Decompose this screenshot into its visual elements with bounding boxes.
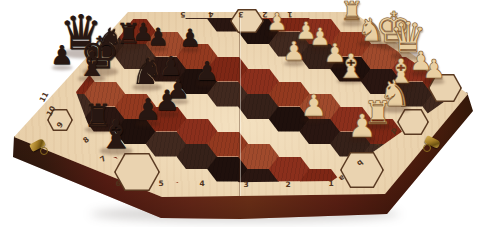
coordinate-label: 4 — [208, 10, 213, 19]
hex-cell — [0, 44, 33, 69]
hex-cell — [0, 219, 33, 227]
white-pawn[interactable]: ♟ — [266, 11, 288, 34]
white-pawn[interactable]: ♟ — [301, 92, 328, 121]
black-bishop[interactable]: ♝ — [77, 48, 107, 80]
black-pawn[interactable]: ♟ — [195, 59, 218, 84]
coordinate-label: 3 — [238, 10, 243, 19]
fold-seam — [239, 13, 240, 196]
black-pawn[interactable]: ♟ — [135, 96, 162, 125]
hex-cell — [423, 19, 464, 44]
coordinate-label: 1 — [328, 179, 333, 188]
white-bishop[interactable]: ♝ — [336, 50, 366, 82]
black-pawn[interactable]: ♟ — [147, 26, 169, 49]
white-pawn[interactable]: ♟ — [422, 57, 445, 82]
black-pawn[interactable]: ♟ — [50, 43, 73, 68]
hex-cell — [453, 157, 480, 182]
hex-cell — [361, 219, 402, 227]
white-pawn[interactable]: ♟ — [348, 111, 377, 141]
coordinate-label: 2 — [285, 180, 290, 189]
photo-stage: 6543218711109abcd54321 ♛♚♞♜♟♟♟♝♟♞♟♟♜♝♟♟♟… — [0, 0, 480, 227]
hex-cell — [392, 207, 433, 228]
hex-cell — [54, 219, 95, 227]
coordinate-label: 5 — [158, 179, 163, 188]
white-pawn[interactable]: ♟ — [282, 39, 305, 64]
coordinate-label: 4 — [199, 179, 204, 188]
hex-cell — [423, 0, 464, 19]
black-pawn[interactable]: ♟ — [179, 27, 201, 50]
hex-cell — [0, 69, 33, 94]
hex-cell — [423, 219, 464, 227]
latch-hook-icon — [40, 147, 48, 155]
hex-cell — [0, 194, 33, 219]
coordinate-label: 6 — [115, 179, 120, 188]
hex-cell — [0, 0, 33, 19]
hex-cell — [23, 7, 64, 32]
hex-cell — [453, 7, 480, 32]
hex-cell — [453, 182, 480, 207]
latch-hook-icon — [423, 144, 431, 152]
hex-cell — [423, 169, 464, 194]
black-bishop[interactable]: ♝ — [98, 115, 134, 153]
coordinate-label: 5 — [180, 10, 185, 19]
hex-cell — [453, 32, 480, 57]
hex-cell — [23, 207, 64, 228]
coordinate-label: 3 — [243, 180, 248, 189]
